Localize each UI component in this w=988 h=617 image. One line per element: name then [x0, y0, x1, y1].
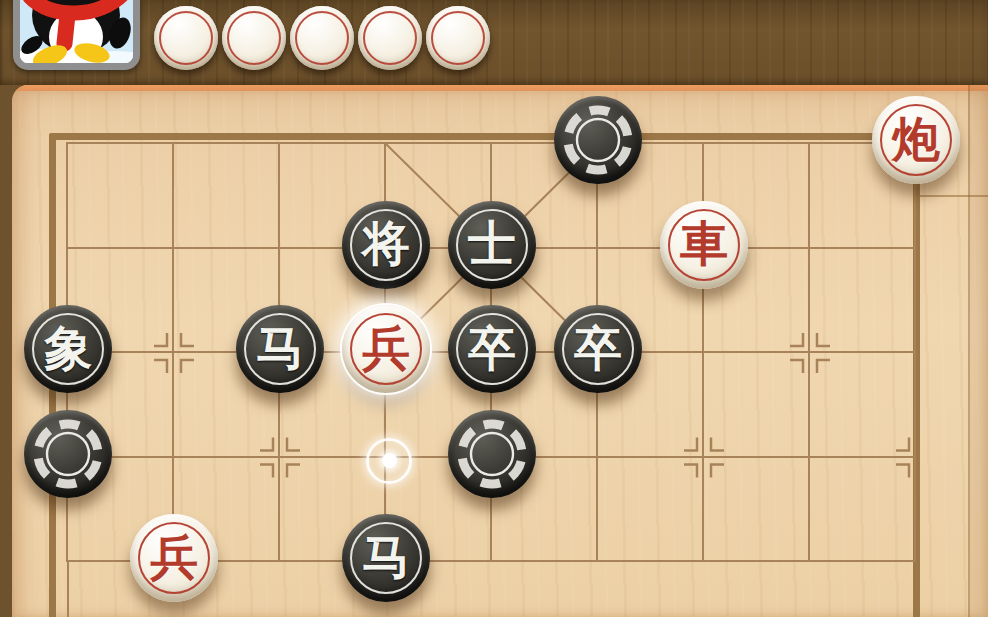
grid-cell [810, 249, 916, 354]
piece-character: 象 [44, 324, 92, 372]
piece-character: 卒 [468, 324, 516, 372]
piece-character: 马 [256, 324, 304, 372]
piece-black-hidden[interactable] [554, 96, 642, 184]
board-top-highlight [12, 85, 988, 91]
grid-cell [598, 458, 704, 563]
hidden-piece-pattern [24, 410, 112, 498]
piece-black-horse[interactable]: 马 [236, 305, 324, 393]
piece-red-chariot[interactable]: 車 [660, 201, 748, 289]
captured-red-piece [358, 6, 422, 70]
piece-character: 卒 [574, 324, 622, 372]
grid-cell [704, 353, 810, 458]
piece-black-soldier[interactable]: 卒 [554, 305, 642, 393]
grid-cell [174, 144, 280, 249]
grid-cell [810, 458, 916, 563]
piece-character: 炮 [892, 115, 940, 163]
piece-red-soldier[interactable]: 兵 [130, 514, 218, 602]
top-bar [0, 0, 988, 85]
grid-cell [704, 458, 810, 563]
piece-black-general[interactable]: 将 [342, 201, 430, 289]
piece-red-cannon[interactable]: 炮 [872, 96, 960, 184]
piece-character: 兵 [362, 324, 410, 372]
piece-character: 将 [362, 219, 410, 267]
piece-character: 士 [468, 219, 516, 267]
piece-black-soldier[interactable]: 卒 [448, 305, 536, 393]
xiangqi-board[interactable]: 炮将士車象马兵卒卒 兵马 [12, 85, 988, 617]
piece-red-soldier[interactable]: 兵 [342, 305, 430, 393]
move-indicator-core [382, 453, 397, 468]
piece-black-horse[interactable]: 马 [342, 514, 430, 602]
captured-pieces-tray [0, 0, 988, 85]
piece-black-hidden[interactable] [24, 410, 112, 498]
piece-black-hidden[interactable] [448, 410, 536, 498]
grid-cell [68, 144, 174, 249]
captured-red-piece [426, 6, 490, 70]
board-edge-shade [970, 85, 988, 617]
piece-black-elephant[interactable]: 象 [24, 305, 112, 393]
hidden-piece-pattern [554, 96, 642, 184]
piece-character: 車 [680, 219, 728, 267]
captured-red-piece [290, 6, 354, 70]
piece-character: 兵 [150, 533, 198, 581]
piece-character: 马 [362, 533, 410, 581]
captured-red-piece [154, 6, 218, 70]
grid-cell [810, 353, 916, 458]
river-file1-line [67, 562, 69, 617]
legal-move-indicator[interactable] [366, 438, 412, 484]
hidden-piece-pattern [448, 410, 536, 498]
piece-black-advisor[interactable]: 士 [448, 201, 536, 289]
captured-red-piece [222, 6, 286, 70]
